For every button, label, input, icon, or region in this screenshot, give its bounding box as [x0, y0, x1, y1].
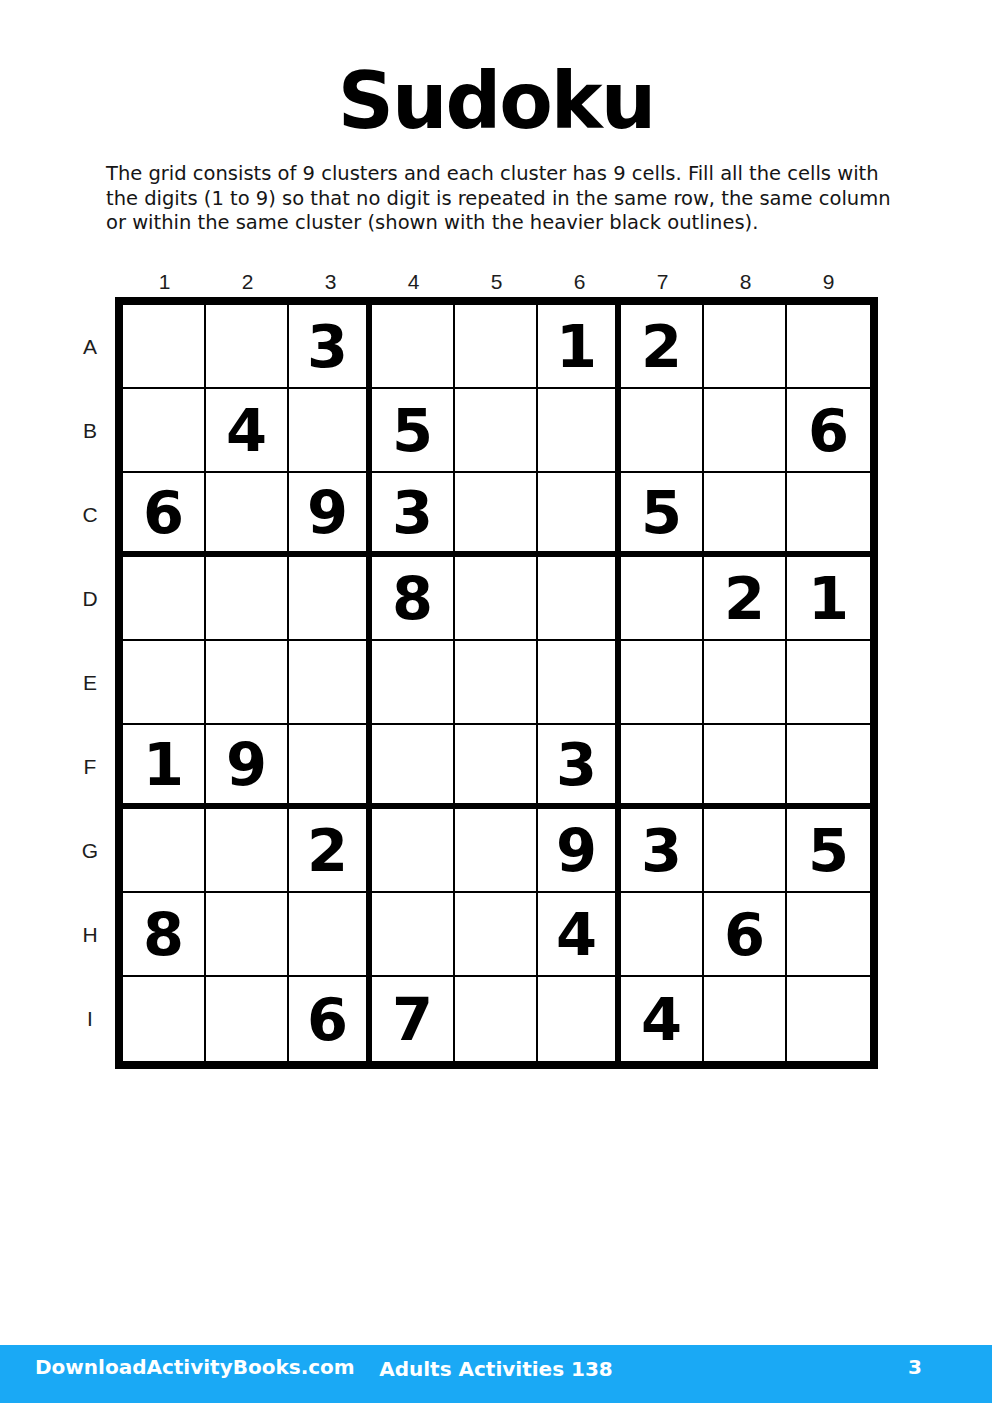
cell-B5[interactable] — [455, 389, 538, 473]
footer-bar: DownloadActivityBooks.com Adults Activit… — [0, 1345, 992, 1403]
cell-B2: 4 — [206, 389, 289, 473]
cell-B1[interactable] — [123, 389, 206, 473]
cell-H2[interactable] — [206, 893, 289, 977]
cell-H4[interactable] — [372, 893, 455, 977]
cell-E8[interactable] — [704, 641, 787, 725]
cell-F5[interactable] — [455, 725, 538, 809]
cell-E5[interactable] — [455, 641, 538, 725]
cell-G1[interactable] — [123, 809, 206, 893]
cell-C1: 6 — [123, 473, 206, 557]
col-label-2: 2 — [206, 270, 289, 294]
col-label-4: 4 — [372, 270, 455, 294]
cell-G9: 5 — [787, 809, 870, 893]
cell-H5[interactable] — [455, 893, 538, 977]
board-body: ABCDEFGHI 31245669358211932935846674 — [65, 297, 878, 1069]
cell-B3[interactable] — [289, 389, 372, 473]
cell-H6: 4 — [538, 893, 621, 977]
row-label-D: D — [65, 557, 115, 641]
cell-I6[interactable] — [538, 977, 621, 1061]
cell-D5[interactable] — [455, 557, 538, 641]
cell-A6: 1 — [538, 305, 621, 389]
cell-G5[interactable] — [455, 809, 538, 893]
cell-A3: 3 — [289, 305, 372, 389]
cell-D3[interactable] — [289, 557, 372, 641]
row-label-C: C — [65, 473, 115, 557]
cell-I9[interactable] — [787, 977, 870, 1061]
row-label-A: A — [65, 305, 115, 389]
cell-I4: 7 — [372, 977, 455, 1061]
cell-A5[interactable] — [455, 305, 538, 389]
col-label-6: 6 — [538, 270, 621, 294]
cell-I8[interactable] — [704, 977, 787, 1061]
row-label-B: B — [65, 389, 115, 473]
cell-G6: 9 — [538, 809, 621, 893]
cell-F4[interactable] — [372, 725, 455, 809]
cell-F1: 1 — [123, 725, 206, 809]
sudoku-grid: 31245669358211932935846674 — [115, 297, 878, 1069]
cell-E4[interactable] — [372, 641, 455, 725]
cell-C8[interactable] — [704, 473, 787, 557]
cell-F2: 9 — [206, 725, 289, 809]
cell-G8[interactable] — [704, 809, 787, 893]
cell-B6[interactable] — [538, 389, 621, 473]
cell-G3: 2 — [289, 809, 372, 893]
cell-D1[interactable] — [123, 557, 206, 641]
instructions-text: The grid consists of 9 clusters and each… — [106, 162, 906, 236]
column-labels: 123456789 — [123, 266, 878, 294]
page-title: Sudoku — [0, 56, 992, 146]
cell-D9: 1 — [787, 557, 870, 641]
cell-A4[interactable] — [372, 305, 455, 389]
col-label-7: 7 — [621, 270, 704, 294]
row-label-F: F — [65, 725, 115, 809]
cell-I5[interactable] — [455, 977, 538, 1061]
cell-B4: 5 — [372, 389, 455, 473]
cell-G4[interactable] — [372, 809, 455, 893]
cell-E6[interactable] — [538, 641, 621, 725]
cell-G2[interactable] — [206, 809, 289, 893]
cell-I2[interactable] — [206, 977, 289, 1061]
col-label-5: 5 — [455, 270, 538, 294]
col-label-3: 3 — [289, 270, 372, 294]
cell-C3: 9 — [289, 473, 372, 557]
cell-H9[interactable] — [787, 893, 870, 977]
row-labels: ABCDEFGHI — [65, 297, 115, 1069]
cell-H7[interactable] — [621, 893, 704, 977]
row-label-E: E — [65, 641, 115, 725]
cell-E1[interactable] — [123, 641, 206, 725]
cell-B9: 6 — [787, 389, 870, 473]
row-label-G: G — [65, 809, 115, 893]
cell-C9[interactable] — [787, 473, 870, 557]
cell-E7[interactable] — [621, 641, 704, 725]
row-label-I: I — [65, 977, 115, 1061]
cell-F9[interactable] — [787, 725, 870, 809]
cell-F3[interactable] — [289, 725, 372, 809]
cell-C4: 3 — [372, 473, 455, 557]
cell-D4: 8 — [372, 557, 455, 641]
cell-E3[interactable] — [289, 641, 372, 725]
cell-F7[interactable] — [621, 725, 704, 809]
cell-A8[interactable] — [704, 305, 787, 389]
cell-B7[interactable] — [621, 389, 704, 473]
cell-D2[interactable] — [206, 557, 289, 641]
cell-E9[interactable] — [787, 641, 870, 725]
footer-book-title: Adults Activities 138 — [0, 1357, 992, 1381]
cell-G7: 3 — [621, 809, 704, 893]
row-label-H: H — [65, 893, 115, 977]
cell-I7: 4 — [621, 977, 704, 1061]
cell-F8[interactable] — [704, 725, 787, 809]
col-label-1: 1 — [123, 270, 206, 294]
cell-A1[interactable] — [123, 305, 206, 389]
cell-B8[interactable] — [704, 389, 787, 473]
col-label-8: 8 — [704, 270, 787, 294]
col-label-9: 9 — [787, 270, 870, 294]
cell-A7: 2 — [621, 305, 704, 389]
cell-H1: 8 — [123, 893, 206, 977]
cell-D8: 2 — [704, 557, 787, 641]
cell-A2[interactable] — [206, 305, 289, 389]
cell-I1[interactable] — [123, 977, 206, 1061]
cell-H3[interactable] — [289, 893, 372, 977]
cell-C5[interactable] — [455, 473, 538, 557]
cell-D7[interactable] — [621, 557, 704, 641]
sudoku-board: 123456789 ABCDEFGHI 31245669358211932935… — [65, 266, 878, 1069]
cell-I3: 6 — [289, 977, 372, 1061]
cell-C2[interactable] — [206, 473, 289, 557]
cell-F6: 3 — [538, 725, 621, 809]
worksheet-page: Sudoku The grid consists of 9 clusters a… — [0, 0, 992, 1403]
cell-C6[interactable] — [538, 473, 621, 557]
cell-D6[interactable] — [538, 557, 621, 641]
cell-H8: 6 — [704, 893, 787, 977]
cell-A9[interactable] — [787, 305, 870, 389]
cell-C7: 5 — [621, 473, 704, 557]
cell-E2[interactable] — [206, 641, 289, 725]
